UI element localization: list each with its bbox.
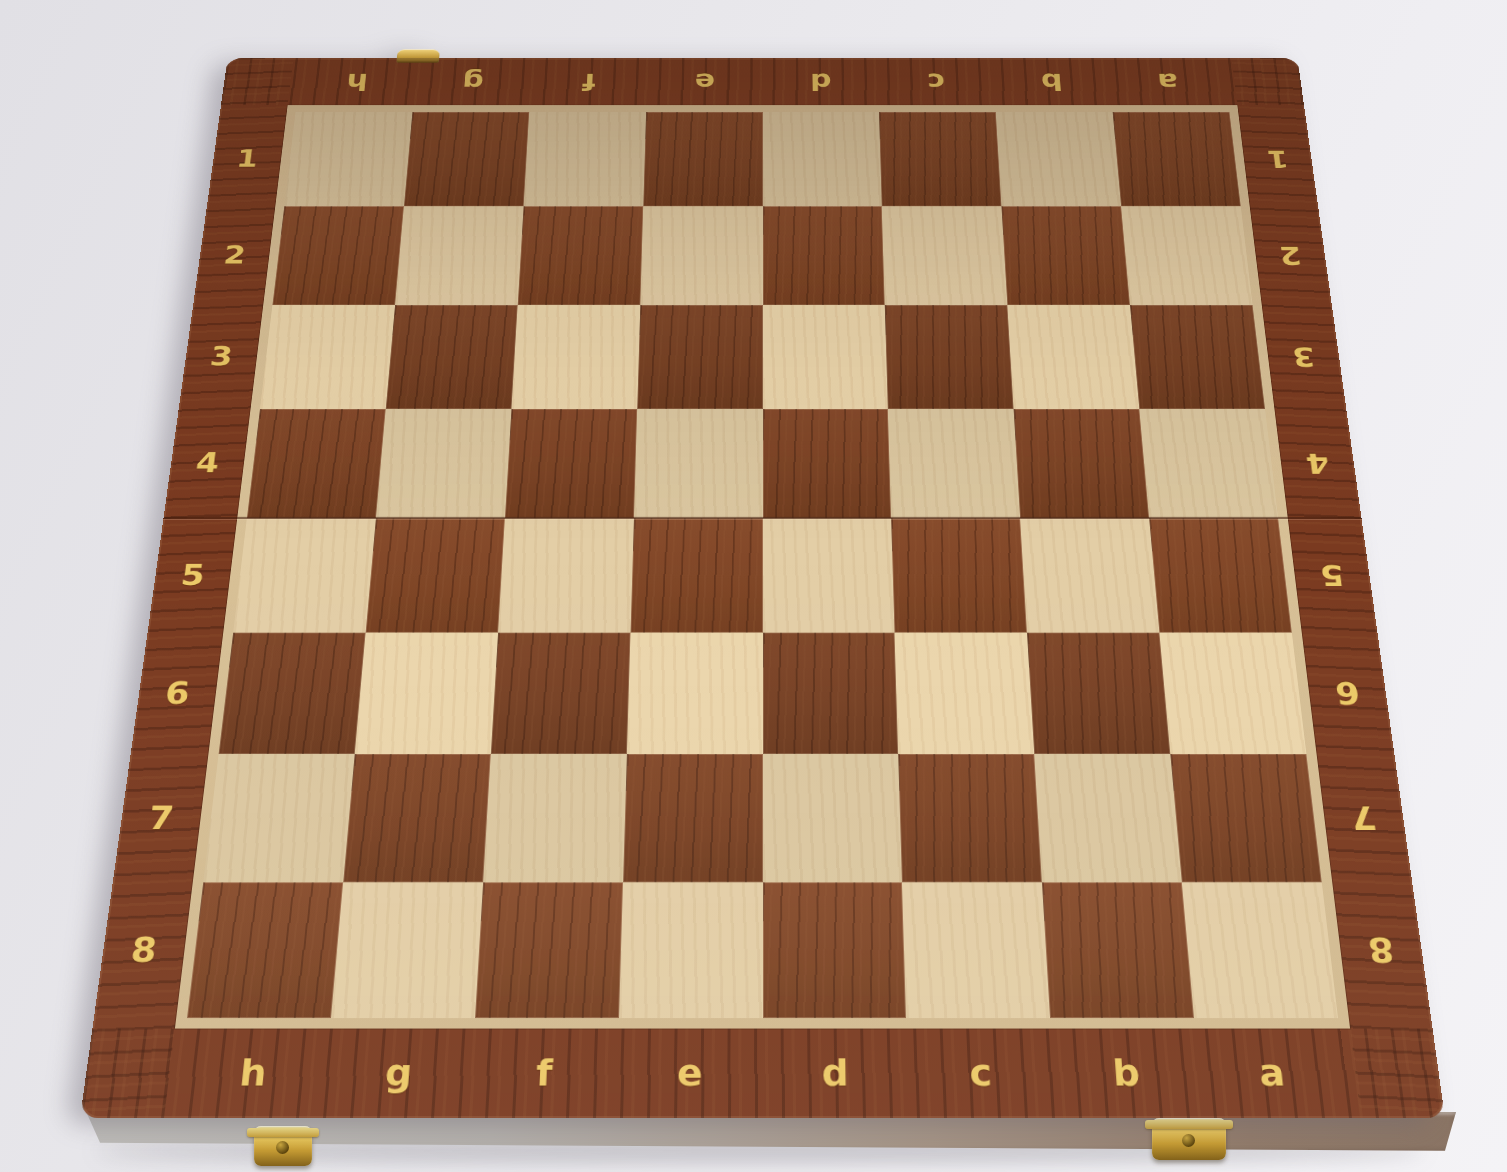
rank-label-right-3: 3	[1262, 305, 1347, 409]
file-label-top-a: a	[1108, 58, 1229, 105]
rank-label-left-5: 5	[148, 518, 238, 633]
file-label-bottom-e: e	[616, 1029, 763, 1118]
square-c5[interactable]	[891, 518, 1027, 633]
file-label-top-c: c	[878, 58, 996, 105]
frame-top	[221, 58, 1304, 105]
file-label-top-e: e	[646, 58, 763, 105]
rank-label-right-8: 8	[1332, 882, 1431, 1018]
rank-label-left-4: 4	[164, 409, 251, 518]
square-d6[interactable]	[763, 633, 899, 754]
square-d3[interactable]	[763, 305, 889, 409]
brass-hinge-right	[1152, 1118, 1226, 1160]
square-c1[interactable]	[879, 112, 1001, 206]
square-h5[interactable]	[233, 518, 376, 633]
file-label-top-g: g	[413, 58, 532, 105]
square-g8[interactable]	[331, 882, 483, 1018]
file-label-bottom-f: f	[469, 1029, 619, 1118]
file-label-bottom-d: d	[763, 1029, 910, 1118]
square-f2[interactable]	[517, 206, 642, 305]
square-h2[interactable]	[272, 206, 403, 305]
square-g7[interactable]	[343, 754, 490, 882]
square-e8[interactable]	[619, 882, 763, 1018]
file-label-top-d: d	[763, 58, 880, 105]
square-e6[interactable]	[627, 633, 763, 754]
fold-seam-highlight	[163, 519, 1361, 520]
square-g6[interactable]	[355, 633, 498, 754]
square-h1[interactable]	[284, 112, 412, 206]
square-d8[interactable]	[763, 882, 907, 1018]
square-a4[interactable]	[1139, 409, 1278, 518]
square-b3[interactable]	[1008, 305, 1140, 409]
rank-label-right-5: 5	[1288, 518, 1378, 633]
square-b7[interactable]	[1034, 754, 1181, 882]
square-a3[interactable]	[1130, 305, 1265, 409]
rank-label-right-4: 4	[1274, 409, 1361, 518]
square-c8[interactable]	[902, 882, 1050, 1018]
square-e3[interactable]	[637, 305, 763, 409]
square-d2[interactable]	[763, 206, 886, 305]
file-label-bottom-g: g	[322, 1029, 474, 1118]
rank-label-left-1: 1	[207, 112, 287, 206]
square-c3[interactable]	[885, 305, 1014, 409]
square-b6[interactable]	[1027, 633, 1170, 754]
square-b5[interactable]	[1020, 518, 1159, 633]
square-d5[interactable]	[763, 518, 895, 633]
square-c7[interactable]	[898, 754, 1042, 882]
square-h8[interactable]	[187, 882, 343, 1018]
rank-label-left-3: 3	[179, 305, 264, 409]
file-label-bottom-b: b	[1051, 1029, 1203, 1118]
rank-label-left-6: 6	[131, 633, 224, 754]
square-d4[interactable]	[763, 409, 892, 518]
rank-label-right-7: 7	[1317, 754, 1413, 882]
square-f8[interactable]	[475, 882, 623, 1018]
square-g2[interactable]	[395, 206, 523, 305]
square-a5[interactable]	[1149, 518, 1292, 633]
square-e7[interactable]	[623, 754, 763, 882]
square-f6[interactable]	[491, 633, 631, 754]
rank-label-right-2: 2	[1250, 206, 1332, 305]
file-label-bottom-c: c	[907, 1029, 1057, 1118]
file-label-top-b: b	[993, 58, 1112, 105]
square-a2[interactable]	[1121, 206, 1252, 305]
square-d1[interactable]	[763, 112, 883, 206]
square-c2[interactable]	[882, 206, 1007, 305]
square-e5[interactable]	[630, 518, 762, 633]
square-e1[interactable]	[643, 112, 763, 206]
square-h3[interactable]	[260, 305, 395, 409]
square-f3[interactable]	[511, 305, 640, 409]
square-a8[interactable]	[1182, 882, 1338, 1018]
file-label-bottom-a: a	[1195, 1029, 1350, 1118]
square-a1[interactable]	[1113, 112, 1241, 206]
file-label-bottom-h: h	[175, 1029, 330, 1118]
photo-background: hgfedcba hgfedcba 12345678 12345678	[0, 0, 1507, 1172]
square-b1[interactable]	[996, 112, 1121, 206]
square-b8[interactable]	[1042, 882, 1194, 1018]
rank-label-left-2: 2	[193, 206, 275, 305]
brass-hinge-left	[254, 1126, 312, 1166]
square-d7[interactable]	[763, 754, 903, 882]
board-shadow-wrap: hgfedcba hgfedcba 12345678 12345678	[80, 0, 1445, 1118]
square-h7[interactable]	[203, 754, 354, 882]
square-a6[interactable]	[1160, 633, 1307, 754]
square-g5[interactable]	[365, 518, 504, 633]
file-label-top-f: f	[529, 58, 647, 105]
square-e2[interactable]	[640, 206, 763, 305]
square-c4[interactable]	[888, 409, 1020, 518]
square-h4[interactable]	[247, 409, 386, 518]
square-f4[interactable]	[505, 409, 637, 518]
rank-label-right-1: 1	[1238, 112, 1318, 206]
file-label-top-h: h	[296, 58, 417, 105]
file-labels-bottom: hgfedcba	[175, 1029, 1350, 1118]
square-a7[interactable]	[1170, 754, 1321, 882]
square-g1[interactable]	[404, 112, 529, 206]
square-f5[interactable]	[498, 518, 634, 633]
square-c6[interactable]	[895, 633, 1035, 754]
square-g4[interactable]	[376, 409, 511, 518]
square-f1[interactable]	[523, 112, 645, 206]
square-f7[interactable]	[483, 754, 627, 882]
square-b4[interactable]	[1014, 409, 1149, 518]
chessboard: hgfedcba hgfedcba 12345678 12345678	[80, 58, 1445, 1118]
brass-clasp	[396, 49, 440, 62]
frame-bottom	[80, 1029, 1445, 1118]
board-grid	[187, 112, 1338, 1018]
square-e4[interactable]	[634, 409, 763, 518]
square-g3[interactable]	[386, 305, 518, 409]
square-h6[interactable]	[219, 633, 366, 754]
square-b2[interactable]	[1002, 206, 1130, 305]
file-labels-top: hgfedcba	[296, 58, 1228, 105]
rank-label-right-6: 6	[1302, 633, 1395, 754]
